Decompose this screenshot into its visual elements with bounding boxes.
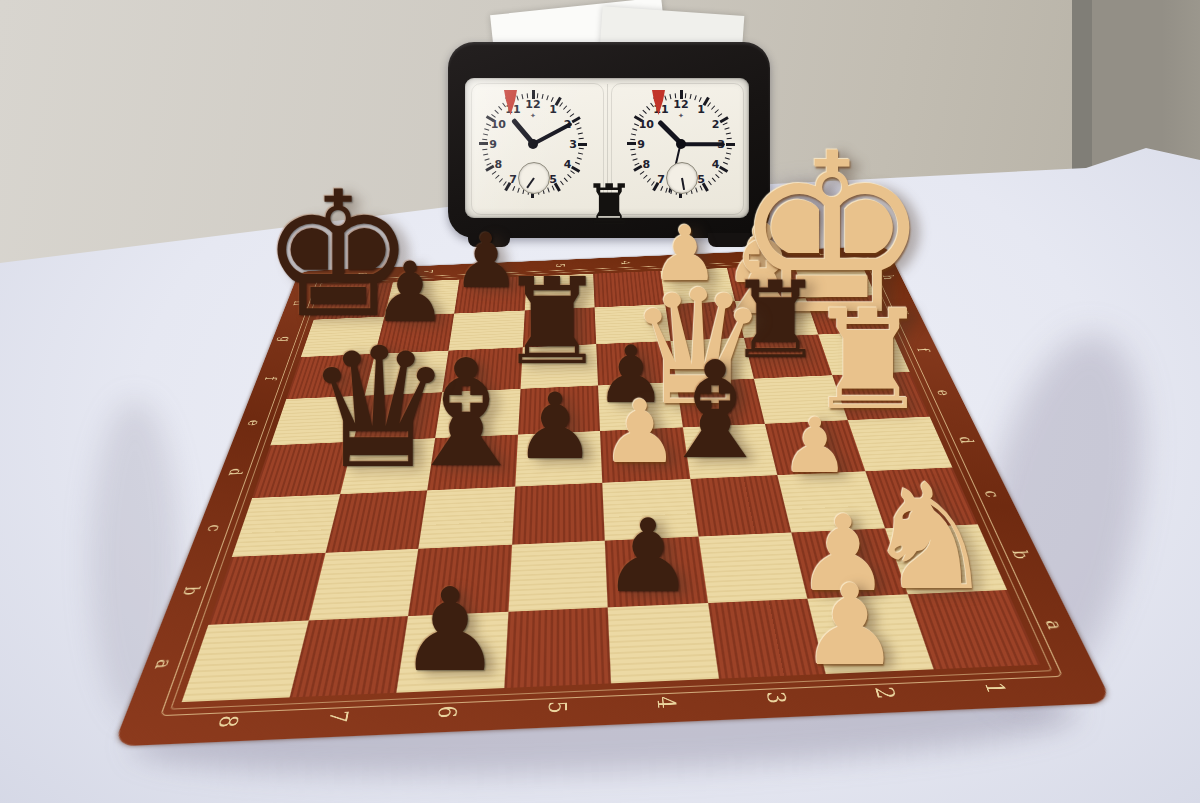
black-pawn-b4[interactable]: ♟ xyxy=(603,515,694,598)
coord-label-a: a xyxy=(998,611,1112,637)
black-pawn-a6[interactable]: ♟ xyxy=(398,583,501,677)
coord-label-5: 5 xyxy=(536,665,577,752)
coord-label-a: a xyxy=(108,650,220,677)
white-pawn-d2[interactable]: ♟ xyxy=(781,415,849,477)
square-b3[interactable] xyxy=(698,532,807,602)
black-queen-d7[interactable]: ♛ xyxy=(305,341,454,477)
scene: ✦ 121234567891011 ✦ 121234567891011 ♜ 87… xyxy=(0,0,1200,803)
white-pawn-a2[interactable]: ♟ xyxy=(800,580,900,672)
square-b5[interactable] xyxy=(508,541,608,612)
rook-emblem-icon: ♜ xyxy=(584,180,634,230)
white-pawn-d4[interactable]: ♟ xyxy=(601,397,679,468)
